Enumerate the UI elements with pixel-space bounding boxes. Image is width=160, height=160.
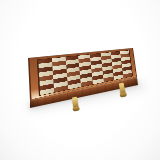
- square-g1: [113, 74, 123, 79]
- square-e1: [92, 78, 103, 84]
- square-f1: [103, 76, 113, 82]
- square-h1: [123, 73, 132, 78]
- square-d1: [81, 80, 93, 86]
- square-c1: [68, 83, 81, 90]
- photo-stage: [0, 0, 160, 160]
